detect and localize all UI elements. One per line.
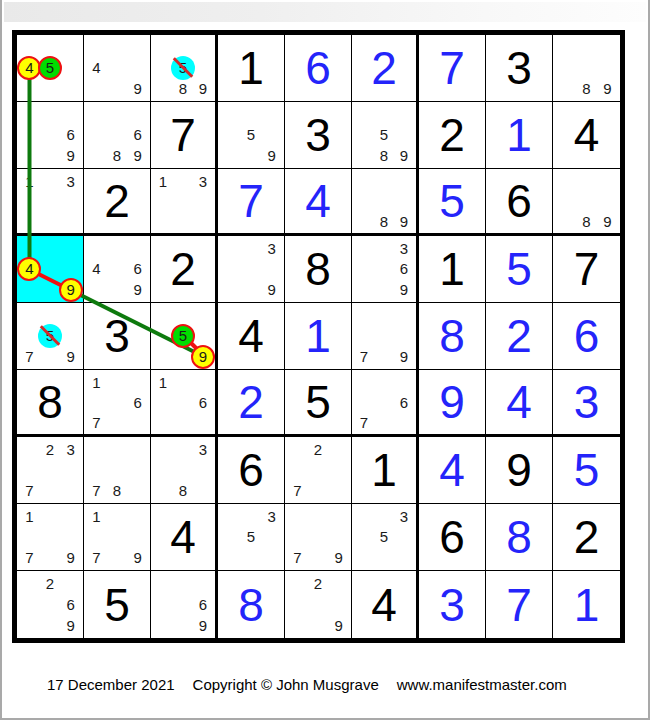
given-value: 6 [419,504,485,570]
cell-r3c7[interactable]: 5 [419,169,486,236]
solved-value: 7 [486,571,552,638]
cell-r1c3[interactable]: 589 [151,35,218,102]
given-value: 1 [218,35,284,101]
candidate-1: 1 [19,171,40,191]
solved-value: 2 [486,303,552,369]
cell-r8c6[interactable]: 35 [352,504,419,571]
candidate-3: 3 [261,238,282,259]
candidate-6: 6 [394,259,414,280]
cell-r1c6[interactable]: 2 [352,35,419,102]
candidate-9: 9 [328,547,349,568]
candidate-8: 8 [576,211,597,231]
cell-r6c8[interactable]: 4 [486,370,553,437]
candidate-2: 2 [40,573,61,594]
given-value: 2 [553,504,620,570]
cell-r6c6[interactable]: 67 [352,370,419,437]
cell-r3c3[interactable]: 13 [151,169,218,236]
solved-value: 2 [218,370,284,434]
candidate-9: 9 [394,145,414,166]
given-value: 7 [553,236,620,302]
candidate-8: 8 [576,78,597,99]
pencil-marks: 269 [19,573,81,636]
given-value: 3 [486,35,552,101]
given-value: 5 [84,571,150,638]
cell-r9c7[interactable]: 3 [419,571,486,638]
cell-r3c6[interactable]: 89 [352,169,419,236]
cell-r8c5[interactable]: 79 [285,504,352,571]
cell-r1c5[interactable]: 6 [285,35,352,102]
pencil-marks: 27 [287,439,349,501]
cell-r9c4[interactable]: 8 [218,571,285,638]
cell-r9c6[interactable]: 4 [352,571,419,638]
solved-value: 9 [419,370,485,434]
given-value: 3 [84,303,150,369]
solved-value: 4 [285,169,351,233]
cell-r4c9[interactable]: 7 [553,236,620,303]
candidate-1: 1 [153,171,173,191]
candidate-9: 9 [261,145,282,166]
cell-r9c9[interactable]: 1 [553,571,620,638]
solved-value: 3 [553,370,620,434]
candidate-8: 8 [374,145,394,166]
cell-r4c6[interactable]: 369 [352,236,419,303]
cell-r3c9[interactable]: 89 [553,169,620,236]
footer-date: 17 December 2021 [47,676,175,693]
sudoku-board: 4549589162738969689759358921413213748956… [12,30,625,643]
candidate-6: 6 [394,392,414,412]
pencil-marks: 59 [153,305,213,367]
solved-value: 3 [419,571,485,638]
candidate-9: 9 [394,346,414,367]
pencil-marks: 39 [220,238,282,300]
cell-r3c8[interactable]: 6 [486,169,553,236]
pencil-marks: 79 [287,506,349,568]
cell-r6c9[interactable]: 3 [553,370,620,437]
cell-r3c5[interactable]: 4 [285,169,352,236]
footer-website: www.manifestmaster.com [397,676,567,693]
candidate-9: 9 [60,145,81,166]
pencil-marks: 67 [354,372,414,432]
candidate-9: 9 [60,547,81,568]
candidate-3: 3 [261,506,282,527]
candidate-3: 3 [394,506,414,527]
pencil-marks: 89 [354,171,414,231]
cell-r7c3[interactable]: 38 [151,437,218,504]
cell-r4c4[interactable]: 39 [218,236,285,303]
candidate-5-circled-green: 5 [38,56,62,80]
candidate-5-circled-green: 5 [171,324,195,348]
cell-r4c7[interactable]: 1 [419,236,486,303]
cell-r8c7[interactable]: 6 [419,504,486,571]
cell-r4c2[interactable]: 469 [84,236,151,303]
pencil-marks: 45 [19,37,81,99]
solved-value: 1 [553,571,620,638]
solved-value: 8 [419,303,485,369]
pencil-marks: 589 [153,37,213,99]
cell-r2c2[interactable]: 689 [84,102,151,169]
pencil-marks: 59 [220,104,282,166]
cell-r8c9[interactable]: 2 [553,504,620,571]
cell-r1c2[interactable]: 49 [84,35,151,102]
cell-r6c4[interactable]: 2 [218,370,285,437]
candidate-3: 3 [193,171,213,191]
candidate-6: 6 [60,125,81,146]
cell-r2c4[interactable]: 59 [218,102,285,169]
candidate-9: 9 [60,615,81,636]
candidate-5: 5 [241,125,262,146]
candidate-4: 4 [86,259,107,280]
titlebar-strip [4,2,646,22]
candidate-7: 7 [287,480,308,501]
candidate-9: 9 [127,547,148,568]
cell-r5c5[interactable]: 1 [285,303,352,370]
solved-value: 7 [419,35,485,101]
candidate-8: 8 [107,480,128,501]
cell-r4c8[interactable]: 5 [486,236,553,303]
cell-r2c1[interactable]: 69 [17,102,84,169]
solved-value: 5 [419,169,485,233]
candidate-7: 7 [354,346,374,367]
candidate-4-circled-yellow: 4 [17,257,41,281]
cell-r9c2[interactable]: 5 [84,571,151,638]
given-value: 7 [151,102,215,168]
pencil-marks: 69 [19,104,81,166]
candidate-8: 8 [107,145,128,166]
candidate-2: 2 [308,439,329,460]
cell-r7c1[interactable]: 237 [17,437,84,504]
cell-r5c8[interactable]: 2 [486,303,553,370]
candidate-1: 1 [19,506,40,527]
cell-r1c9[interactable]: 89 [553,35,620,102]
candidate-9: 9 [127,78,148,99]
pencil-marks: 35 [220,506,282,568]
candidate-2: 2 [308,573,329,594]
cell-r5c4[interactable]: 4 [218,303,285,370]
candidate-9: 9 [193,615,213,636]
cell-r2c7[interactable]: 2 [419,102,486,169]
candidate-9: 9 [193,78,213,99]
pencil-marks: 38 [153,439,213,501]
pencil-marks: 49 [19,238,81,300]
given-value: 2 [84,169,150,233]
cell-r1c1[interactable]: 45 [17,35,84,102]
pencil-marks: 579 [19,305,81,367]
pencil-marks: 469 [86,238,148,300]
candidate-6: 6 [127,125,148,146]
cell-r3c2[interactable]: 2 [84,169,151,236]
cell-r6c3[interactable]: 16 [151,370,218,437]
given-value: 8 [285,236,351,302]
pencil-marks: 589 [354,104,414,166]
candidate-3: 3 [193,439,213,460]
cell-r3c4[interactable]: 7 [218,169,285,236]
candidate-5: 5 [241,527,262,548]
candidate-9-circled-yellow: 9 [191,345,215,369]
candidate-9: 9 [127,279,148,300]
given-value: 9 [486,437,552,503]
cell-r7c5[interactable]: 27 [285,437,352,504]
solved-value: 8 [218,571,284,638]
cell-r7c6[interactable]: 1 [352,437,419,504]
cell-r1c4[interactable]: 1 [218,35,285,102]
candidate-9: 9 [261,279,282,300]
cell-r5c2[interactable]: 3 [84,303,151,370]
pencil-marks: 89 [555,171,618,231]
solved-value: 2 [352,35,416,101]
pencil-marks: 78 [86,439,148,501]
footer: 17 December 2021 Copyright © John Musgra… [47,676,567,693]
candidate-7: 7 [86,412,107,432]
cell-r5c1[interactable]: 579 [17,303,84,370]
candidate-5: 5 [374,125,394,146]
candidate-5-eliminated: 5 [38,324,62,348]
solved-value: 6 [553,303,620,369]
candidate-5: 5 [374,527,394,548]
candidate-7: 7 [19,346,40,367]
cell-r7c4[interactable]: 6 [218,437,285,504]
pencil-marks: 49 [86,37,148,99]
solved-value: 7 [218,169,284,233]
candidate-4: 4 [86,58,107,79]
solved-value: 1 [285,303,351,369]
footer-copyright: Copyright © John Musgrave [193,676,379,693]
candidate-3: 3 [60,439,81,460]
candidate-7: 7 [19,547,40,568]
candidate-5-eliminated: 5 [171,56,195,80]
solved-value: 6 [285,35,351,101]
cell-r9c8[interactable]: 7 [486,571,553,638]
candidate-8: 8 [173,78,193,99]
candidate-3: 3 [394,238,414,259]
pencil-marks: 13 [19,171,81,231]
candidate-7: 7 [354,412,374,432]
cell-r8c8[interactable]: 8 [486,504,553,571]
pencil-marks: 35 [354,506,414,568]
cell-r4c1-highlighted[interactable]: 49 [17,236,84,303]
candidate-9: 9 [394,279,414,300]
cell-r5c6[interactable]: 79 [352,303,419,370]
cell-r3c1[interactable]: 13 [17,169,84,236]
candidate-8: 8 [173,480,193,501]
candidate-9: 9 [60,346,81,367]
given-value: 8 [17,370,83,434]
cell-r8c1[interactable]: 179 [17,504,84,571]
candidate-9-circled-yellow: 9 [59,278,83,302]
pencil-marks: 89 [555,37,618,99]
candidate-8: 8 [374,211,394,231]
solved-value: 8 [486,504,552,570]
candidate-6: 6 [193,594,213,615]
given-value: 6 [218,437,284,503]
cell-r9c5[interactable]: 29 [285,571,352,638]
cell-r1c7[interactable]: 7 [419,35,486,102]
cell-r8c2[interactable]: 179 [84,504,151,571]
pencil-marks: 237 [19,439,81,501]
solved-value: 5 [553,437,620,503]
cell-r9c3[interactable]: 69 [151,571,218,638]
cell-r2c6[interactable]: 589 [352,102,419,169]
solved-value: 1 [486,102,552,168]
pencil-marks: 167 [86,372,148,432]
sudoku-app-window: 4549589162738969689759358921413213748956… [0,0,650,720]
candidate-7: 7 [19,480,40,501]
cell-r2c3[interactable]: 7 [151,102,218,169]
candidate-9: 9 [597,78,618,99]
candidate-7: 7 [287,547,308,568]
solved-value: 4 [486,370,552,434]
cell-r7c7[interactable]: 4 [419,437,486,504]
given-value: 4 [352,571,416,638]
pencil-marks: 179 [19,506,81,568]
pencil-marks: 29 [287,573,349,636]
pencil-marks: 179 [86,506,148,568]
cell-r5c9[interactable]: 6 [553,303,620,370]
cell-r8c4[interactable]: 35 [218,504,285,571]
candidate-7: 7 [86,480,107,501]
cell-r8c3[interactable]: 4 [151,504,218,571]
cell-r6c5[interactable]: 5 [285,370,352,437]
candidate-3: 3 [60,171,81,191]
given-value: 2 [419,102,485,168]
pencil-marks: 79 [354,305,414,367]
given-value: 1 [352,437,416,503]
cell-r5c3[interactable]: 59 [151,303,218,370]
candidate-1: 1 [86,372,107,392]
candidate-9: 9 [597,211,618,231]
candidate-2: 2 [40,439,61,460]
cell-r4c5[interactable]: 8 [285,236,352,303]
given-value: 4 [218,303,284,369]
cell-r2c9[interactable]: 4 [553,102,620,169]
given-value: 5 [285,370,351,434]
pencil-marks: 13 [153,171,213,231]
cell-r1c8[interactable]: 3 [486,35,553,102]
cell-r4c3[interactable]: 2 [151,236,218,303]
pencil-marks: 369 [354,238,414,300]
candidate-9: 9 [127,145,148,166]
solved-value: 4 [419,437,485,503]
cell-r9c1[interactable]: 269 [17,571,84,638]
pencil-marks: 69 [153,573,213,636]
candidate-6: 6 [193,392,213,412]
candidate-1: 1 [153,372,173,392]
cell-r6c1[interactable]: 8 [17,370,84,437]
cell-r2c5[interactable]: 3 [285,102,352,169]
given-value: 6 [486,169,552,233]
given-value: 4 [151,504,215,570]
given-value: 1 [419,236,485,302]
pencil-marks: 689 [86,104,148,166]
candidate-6: 6 [127,259,148,280]
candidate-6: 6 [60,594,81,615]
cell-r7c8[interactable]: 9 [486,437,553,504]
cell-r6c7[interactable]: 9 [419,370,486,437]
cell-r7c9[interactable]: 5 [553,437,620,504]
candidate-6: 6 [127,392,148,412]
candidate-7: 7 [86,547,107,568]
candidate-1: 1 [86,506,107,527]
given-value: 3 [285,102,351,168]
candidate-9: 9 [328,615,349,636]
given-value: 2 [151,236,215,302]
pencil-marks: 16 [153,372,213,432]
cell-r5c7[interactable]: 8 [419,303,486,370]
candidate-9: 9 [394,211,414,231]
cell-r7c2[interactable]: 78 [84,437,151,504]
cell-r6c2[interactable]: 167 [84,370,151,437]
solved-value: 5 [486,236,552,302]
given-value: 4 [553,102,620,168]
cell-r2c8[interactable]: 1 [486,102,553,169]
